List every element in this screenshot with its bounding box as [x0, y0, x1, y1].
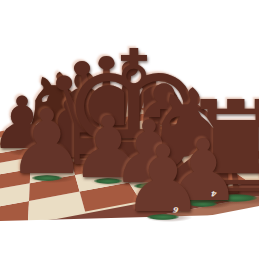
- piece-pawn: ♟: [117, 134, 209, 226]
- chess-set-product-photo: ♟♟♞♝♛♚♝♞♜♟♟♟♟♟ 64: [0, 0, 259, 259]
